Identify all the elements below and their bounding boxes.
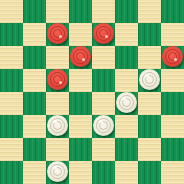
red-man[interactable] <box>70 46 91 67</box>
square-r2c1[interactable] <box>23 46 46 69</box>
piece-highlight <box>59 35 62 38</box>
square-r4c2 <box>46 92 69 115</box>
square-r3c4[interactable] <box>92 69 115 92</box>
square-r2c4 <box>92 46 115 69</box>
square-r4c7[interactable] <box>161 92 184 115</box>
square-r0c0 <box>0 0 23 23</box>
square-r0c2 <box>46 0 69 23</box>
piece-highlight <box>53 166 57 169</box>
square-r5c4[interactable] <box>92 115 115 138</box>
square-r7c7 <box>161 161 184 184</box>
square-r7c0[interactable] <box>0 161 23 184</box>
square-r3c7 <box>161 69 184 92</box>
checkers-board <box>0 0 184 184</box>
square-r3c1 <box>23 69 46 92</box>
square-r3c2[interactable] <box>46 69 69 92</box>
square-r2c3[interactable] <box>69 46 92 69</box>
square-r7c3 <box>69 161 92 184</box>
square-r7c2[interactable] <box>46 161 69 184</box>
white-man[interactable] <box>139 69 160 90</box>
square-r3c0[interactable] <box>0 69 23 92</box>
square-r6c3[interactable] <box>69 138 92 161</box>
square-r4c5[interactable] <box>115 92 138 115</box>
square-r6c0 <box>0 138 23 161</box>
square-r2c5[interactable] <box>115 46 138 69</box>
piece-highlight <box>145 74 149 77</box>
square-r4c1[interactable] <box>23 92 46 115</box>
piece-highlight <box>99 120 103 123</box>
square-r0c1[interactable] <box>23 0 46 23</box>
square-r0c3[interactable] <box>69 0 92 23</box>
square-r6c1[interactable] <box>23 138 46 161</box>
square-r4c4 <box>92 92 115 115</box>
square-r2c7[interactable] <box>161 46 184 69</box>
square-r5c3 <box>69 115 92 138</box>
square-r6c7[interactable] <box>161 138 184 161</box>
piece-highlight <box>53 120 57 123</box>
square-r1c1 <box>23 23 46 46</box>
red-man[interactable] <box>47 69 68 90</box>
square-r5c7 <box>161 115 184 138</box>
square-r6c2 <box>46 138 69 161</box>
square-r7c4[interactable] <box>92 161 115 184</box>
square-r4c0 <box>0 92 23 115</box>
square-r7c5 <box>115 161 138 184</box>
square-r6c6 <box>138 138 161 161</box>
red-man[interactable] <box>47 23 68 44</box>
square-r1c0[interactable] <box>0 23 23 46</box>
square-r7c1 <box>23 161 46 184</box>
square-r1c6[interactable] <box>138 23 161 46</box>
square-r5c1 <box>23 115 46 138</box>
square-r1c4[interactable] <box>92 23 115 46</box>
piece-highlight <box>59 81 62 84</box>
white-man[interactable] <box>47 115 68 136</box>
square-r7c6[interactable] <box>138 161 161 184</box>
square-r1c3 <box>69 23 92 46</box>
square-r3c6[interactable] <box>138 69 161 92</box>
white-man[interactable] <box>93 115 114 136</box>
square-r4c6 <box>138 92 161 115</box>
square-r1c7 <box>161 23 184 46</box>
square-r2c6 <box>138 46 161 69</box>
white-man[interactable] <box>116 92 137 113</box>
piece-highlight <box>174 58 177 61</box>
square-r5c5 <box>115 115 138 138</box>
red-man[interactable] <box>162 46 183 67</box>
square-r4c3[interactable] <box>69 92 92 115</box>
red-man[interactable] <box>93 23 114 44</box>
square-r0c5[interactable] <box>115 0 138 23</box>
square-r5c2[interactable] <box>46 115 69 138</box>
square-r6c4 <box>92 138 115 161</box>
square-r0c4 <box>92 0 115 23</box>
piece-highlight <box>82 58 85 61</box>
square-r2c0 <box>0 46 23 69</box>
square-r2c2 <box>46 46 69 69</box>
square-r5c0[interactable] <box>0 115 23 138</box>
square-r5c6[interactable] <box>138 115 161 138</box>
square-r1c5 <box>115 23 138 46</box>
square-r6c5[interactable] <box>115 138 138 161</box>
square-r3c3 <box>69 69 92 92</box>
square-r3c5 <box>115 69 138 92</box>
square-r0c7[interactable] <box>161 0 184 23</box>
square-r0c6 <box>138 0 161 23</box>
white-man[interactable] <box>47 161 68 182</box>
square-r1c2[interactable] <box>46 23 69 46</box>
piece-highlight <box>105 35 108 38</box>
piece-highlight <box>122 97 126 100</box>
